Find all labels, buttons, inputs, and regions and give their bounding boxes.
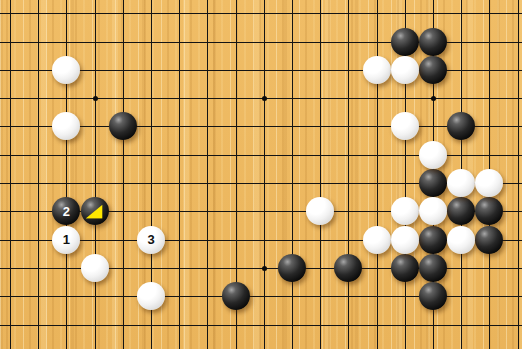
black-stone bbox=[391, 254, 419, 282]
black-stone bbox=[447, 112, 475, 140]
white-stone bbox=[363, 226, 391, 254]
white-stone: 1 bbox=[52, 226, 80, 254]
move-number-label: 2 bbox=[52, 197, 80, 225]
black-stone bbox=[278, 254, 306, 282]
black-stone bbox=[419, 226, 447, 254]
black-stone bbox=[391, 28, 419, 56]
black-stone bbox=[475, 197, 503, 225]
black-stone bbox=[419, 254, 447, 282]
black-stone bbox=[419, 28, 447, 56]
move-number-label: 3 bbox=[137, 226, 165, 254]
white-stone bbox=[447, 226, 475, 254]
go-board[interactable]: 213 bbox=[0, 0, 522, 349]
star-point bbox=[262, 266, 267, 271]
white-stone bbox=[137, 282, 165, 310]
black-stone bbox=[419, 56, 447, 84]
black-stone: 2 bbox=[52, 197, 80, 225]
white-stone bbox=[52, 56, 80, 84]
black-stone bbox=[334, 254, 362, 282]
triangle-marker-icon bbox=[85, 205, 102, 219]
white-stone bbox=[81, 254, 109, 282]
white-stone bbox=[475, 169, 503, 197]
white-stone bbox=[306, 197, 334, 225]
star-point bbox=[262, 96, 267, 101]
white-stone: 3 bbox=[137, 226, 165, 254]
white-stone bbox=[391, 112, 419, 140]
white-stone bbox=[391, 197, 419, 225]
white-stone bbox=[391, 56, 419, 84]
black-stone bbox=[447, 197, 475, 225]
grid-line-horizontal bbox=[0, 325, 522, 326]
move-number-label: 1 bbox=[52, 226, 80, 254]
star-point bbox=[431, 96, 436, 101]
white-stone bbox=[447, 169, 475, 197]
black-stone bbox=[81, 197, 109, 225]
white-stone bbox=[52, 112, 80, 140]
star-point bbox=[93, 96, 98, 101]
white-stone bbox=[391, 226, 419, 254]
black-stone bbox=[222, 282, 250, 310]
white-stone bbox=[419, 141, 447, 169]
black-stone bbox=[475, 226, 503, 254]
white-stone bbox=[363, 56, 391, 84]
black-stone bbox=[419, 282, 447, 310]
white-stone bbox=[419, 197, 447, 225]
black-stone bbox=[109, 112, 137, 140]
grid-line-horizontal bbox=[0, 13, 522, 14]
black-stone bbox=[419, 169, 447, 197]
